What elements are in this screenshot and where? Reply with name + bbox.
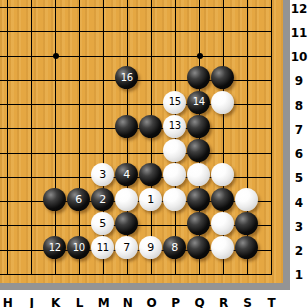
column-label-O: O — [144, 296, 160, 308]
grid-line-row-11 — [0, 31, 272, 32]
column-label-T: T — [264, 296, 280, 308]
stone-white-P7[interactable]: 13 — [163, 115, 186, 138]
move-number-label: 2 — [99, 194, 106, 205]
stone-black-Q7[interactable] — [187, 115, 210, 138]
row-label-6: 6 — [290, 147, 308, 161]
stone-black-N7[interactable] — [115, 115, 138, 138]
stone-black-Q9[interactable] — [187, 66, 210, 89]
row-label-2: 2 — [290, 244, 308, 258]
grid-line-col-L — [79, 0, 80, 275]
stone-black-L4[interactable]: 6 — [67, 188, 90, 211]
move-number-label: 1 — [147, 194, 154, 205]
move-number-label: 5 — [99, 218, 106, 229]
stone-black-Q6[interactable] — [187, 139, 210, 162]
board-edge-divider-bottom — [0, 283, 290, 290]
star-point-Q10 — [197, 53, 203, 59]
row-label-10: 10 — [290, 50, 308, 64]
row-label-7: 7 — [290, 123, 308, 137]
go-diagram: 16151413346215121011798 121110987654321 … — [0, 0, 308, 308]
row-label-8: 8 — [290, 99, 308, 113]
stone-white-M3[interactable]: 5 — [91, 212, 114, 235]
stone-black-N3[interactable] — [115, 212, 138, 235]
board-edge-divider-right — [283, 0, 290, 290]
stone-black-Q4[interactable] — [187, 188, 210, 211]
column-label-Q: Q — [192, 296, 208, 308]
grid-line-col-T — [271, 0, 272, 275]
column-label-J: J — [24, 296, 40, 308]
stone-black-N5[interactable]: 4 — [115, 163, 138, 186]
stone-white-M2[interactable]: 11 — [91, 236, 114, 259]
stone-black-O7[interactable] — [139, 115, 162, 138]
move-number-label: 10 — [73, 243, 85, 253]
stone-white-P6[interactable] — [163, 139, 186, 162]
stone-black-M4[interactable]: 2 — [91, 188, 114, 211]
stone-white-O4[interactable]: 1 — [139, 188, 162, 211]
row-label-3: 3 — [290, 220, 308, 234]
row-label-11: 11 — [290, 26, 308, 40]
stone-white-P8[interactable]: 15 — [163, 91, 186, 114]
column-label-S: S — [240, 296, 256, 308]
move-number-label: 4 — [123, 169, 130, 180]
column-label-M: M — [96, 296, 112, 308]
row-label-1: 1 — [290, 268, 308, 282]
stone-black-Q3[interactable] — [187, 212, 210, 235]
stone-black-R4[interactable] — [211, 188, 234, 211]
row-label-5: 5 — [290, 171, 308, 185]
move-number-label: 12 — [49, 243, 61, 253]
row-label-12: 12 — [290, 2, 308, 16]
move-number-label: 13 — [169, 121, 181, 131]
stone-white-N4[interactable] — [115, 188, 138, 211]
stone-black-S3[interactable] — [235, 212, 258, 235]
column-label-P: P — [168, 296, 184, 308]
move-number-label: 15 — [169, 97, 181, 107]
row-label-9: 9 — [290, 74, 308, 88]
stone-white-P5[interactable] — [163, 163, 186, 186]
stone-white-O2[interactable]: 9 — [139, 236, 162, 259]
stone-black-Q2[interactable] — [187, 236, 210, 259]
stone-white-P4[interactable] — [163, 188, 186, 211]
grid-line-col-J — [31, 0, 32, 275]
move-number-label: 3 — [99, 169, 106, 180]
stone-black-O5[interactable] — [139, 163, 162, 186]
stone-white-Q5[interactable] — [187, 163, 210, 186]
stone-black-L2[interactable]: 10 — [67, 236, 90, 259]
column-label-N: N — [120, 296, 136, 308]
stone-black-S2[interactable] — [235, 236, 258, 259]
column-label-K: K — [48, 296, 64, 308]
stone-black-P2[interactable]: 8 — [163, 236, 186, 259]
row-label-4: 4 — [290, 196, 308, 210]
move-number-label: 16 — [121, 73, 133, 83]
stone-black-N9[interactable]: 16 — [115, 66, 138, 89]
move-number-label: 9 — [147, 242, 154, 253]
column-coordinate-strip: HJKLMNOPQRST — [0, 290, 308, 308]
stone-white-R5[interactable] — [211, 163, 234, 186]
stone-white-R3[interactable] — [211, 212, 234, 235]
column-label-L: L — [72, 296, 88, 308]
stone-black-K2[interactable]: 12 — [43, 236, 66, 259]
move-number-label: 6 — [75, 194, 82, 205]
move-number-label: 8 — [171, 242, 178, 253]
stone-white-R2[interactable] — [211, 236, 234, 259]
grid-line-row-6 — [0, 153, 272, 154]
move-number-label: 7 — [123, 242, 130, 253]
stone-black-R9[interactable] — [211, 66, 234, 89]
stone-white-M5[interactable]: 3 — [91, 163, 114, 186]
stone-black-Q8[interactable]: 14 — [187, 91, 210, 114]
move-number-label: 14 — [193, 97, 205, 107]
star-point-K10 — [53, 53, 59, 59]
row-coordinate-strip: 121110987654321 — [290, 0, 308, 308]
move-number-label: 11 — [97, 243, 109, 253]
stone-white-S4[interactable] — [235, 188, 258, 211]
stone-white-R8[interactable] — [211, 91, 234, 114]
go-board[interactable]: 16151413346215121011798 — [0, 0, 283, 283]
column-label-H: H — [0, 296, 16, 308]
grid-line-col-H — [7, 0, 8, 275]
column-label-R: R — [216, 296, 232, 308]
stone-white-N2[interactable]: 7 — [115, 236, 138, 259]
grid-line-row-1 — [0, 274, 272, 275]
grid-line-row-10 — [0, 56, 272, 57]
stone-black-K4[interactable] — [43, 188, 66, 211]
grid-line-row-12 — [0, 7, 272, 8]
grid-line-col-K — [55, 0, 56, 275]
